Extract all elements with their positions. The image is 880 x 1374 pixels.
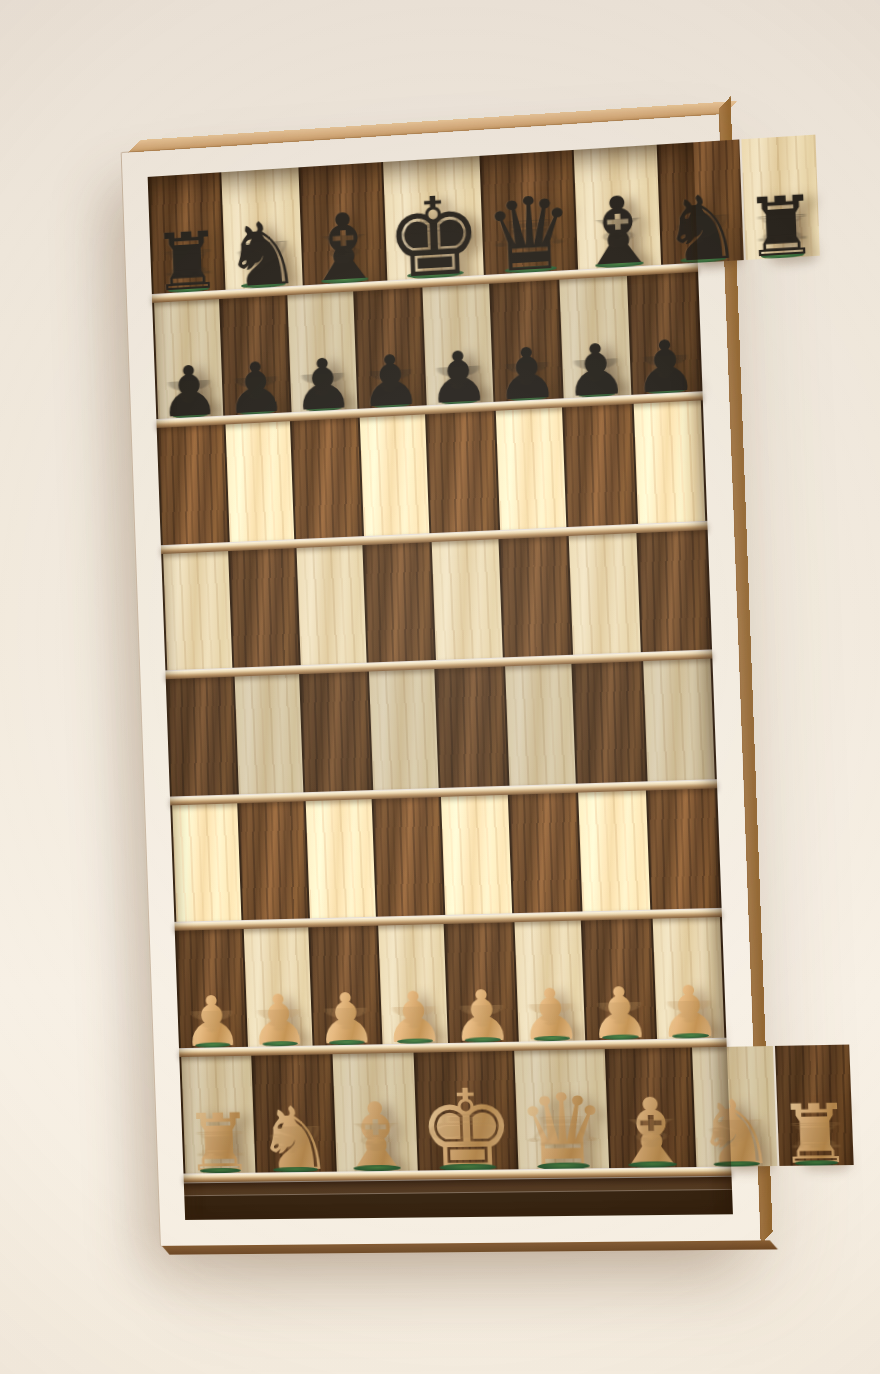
chess-piece-black-rook[interactable]: ♜: [743, 184, 820, 270]
board-square[interactable]: [638, 529, 710, 652]
board-square[interactable]: [172, 803, 241, 922]
board-square[interactable]: [234, 674, 303, 794]
board-square[interactable]: ♛: [514, 1049, 609, 1170]
board-square[interactable]: ♚: [383, 156, 484, 280]
board-square[interactable]: ♟: [628, 271, 700, 394]
board-square[interactable]: ♜: [775, 1044, 853, 1166]
board-square[interactable]: ♜: [741, 135, 819, 260]
board-square[interactable]: [495, 407, 566, 529]
chess-piece-white-knight[interactable]: ♞: [694, 1088, 778, 1178]
board-square[interactable]: [364, 542, 434, 663]
board-square[interactable]: ♟: [652, 917, 724, 1038]
board-rank: [170, 788, 721, 922]
board-square[interactable]: [163, 551, 232, 671]
board-square[interactable]: ♟: [220, 295, 289, 416]
board-square[interactable]: [306, 799, 376, 919]
chess-piece-white-queen[interactable]: ♛: [515, 1080, 609, 1182]
board-rank: [161, 529, 712, 670]
board-square[interactable]: ♞: [659, 139, 744, 264]
board-square[interactable]: [230, 548, 299, 668]
board-square[interactable]: ♚: [416, 1050, 517, 1170]
board-square[interactable]: [359, 414, 429, 535]
board-square[interactable]: ♝: [573, 145, 661, 269]
board-square[interactable]: ♟: [355, 287, 425, 409]
board-square[interactable]: ♝: [332, 1052, 418, 1171]
board-square[interactable]: ♟: [177, 929, 246, 1048]
board-square[interactable]: ♟: [422, 283, 493, 405]
board-square[interactable]: ♟: [310, 926, 380, 1045]
chess-piece-white-knight[interactable]: ♞: [254, 1095, 334, 1184]
board-square[interactable]: ♟: [446, 922, 517, 1042]
board-square[interactable]: ♝: [606, 1047, 694, 1168]
board-square[interactable]: ♞: [692, 1045, 777, 1167]
board-square[interactable]: [569, 533, 641, 655]
board-square[interactable]: [505, 664, 576, 785]
board-square[interactable]: [159, 425, 228, 545]
board-rank: [166, 659, 717, 797]
board-square[interactable]: ♞: [253, 1054, 335, 1173]
board-square[interactable]: [225, 421, 294, 541]
board-square[interactable]: [647, 788, 719, 910]
board-rank: ♟♟♟♟♟♟♟♟: [175, 917, 727, 1048]
board-square[interactable]: [301, 672, 371, 792]
chess-board-assembly: ♜♞♝♚♛♝♞♜♟♟♟♟♟♟♟♟♟♟♟♟♟♟♟♟♜♞♝♚♛♝♞♜: [121, 113, 762, 1247]
board-square[interactable]: [509, 792, 580, 913]
board-square[interactable]: [573, 661, 645, 783]
board-square[interactable]: ♟: [583, 919, 655, 1040]
board-square[interactable]: ♞: [221, 167, 302, 289]
board-square[interactable]: [427, 411, 498, 533]
board-square[interactable]: ♟: [559, 275, 631, 398]
chess-board-frame: ♜♞♝♚♛♝♞♜♟♟♟♟♟♟♟♟♟♟♟♟♟♟♟♟♜♞♝♚♛♝♞♜: [121, 113, 762, 1247]
board-square[interactable]: [432, 539, 503, 660]
board-rank: ♜♞♝♚♛♝♞♜: [179, 1046, 731, 1173]
board-square[interactable]: [441, 794, 512, 915]
chess-piece-white-bishop[interactable]: ♝: [334, 1091, 419, 1184]
bottom-sill: [184, 1176, 733, 1220]
scene: ♜♞♝♚♛♝♞♜♟♟♟♟♟♟♟♟♟♟♟♟♟♟♟♟♜♞♝♚♛♝♞♜: [0, 0, 880, 1374]
board-square[interactable]: [296, 545, 366, 665]
board-square[interactable]: [292, 418, 362, 539]
chess-piece-white-bishop[interactable]: ♝: [608, 1086, 695, 1180]
chess-board: ♜♞♝♚♛♝♞♜♟♟♟♟♟♟♟♟♟♟♟♟♟♟♟♟♜♞♝♚♛♝♞♜: [148, 142, 732, 1182]
board-square[interactable]: [373, 796, 443, 916]
board-square[interactable]: ♜: [150, 172, 224, 293]
board-square[interactable]: ♛: [481, 150, 575, 274]
board-square[interactable]: ♟: [514, 921, 585, 1042]
board-square[interactable]: [564, 404, 636, 527]
board-square[interactable]: [368, 669, 438, 790]
board-square[interactable]: ♟: [378, 924, 448, 1044]
board-square[interactable]: [633, 400, 705, 523]
board-square[interactable]: ♟: [243, 927, 312, 1046]
board-well: ♜♞♝♚♛♝♞♜♟♟♟♟♟♟♟♟♟♟♟♟♟♟♟♟♜♞♝♚♛♝♞♜: [148, 142, 733, 1220]
board-square[interactable]: [643, 659, 715, 781]
board-square[interactable]: [500, 536, 571, 658]
board-square[interactable]: ♝: [300, 162, 385, 285]
board-square[interactable]: ♜: [181, 1055, 255, 1173]
board-square[interactable]: ♟: [154, 299, 223, 419]
board-square[interactable]: [578, 790, 650, 911]
chess-piece-white-rook[interactable]: ♜: [777, 1094, 854, 1177]
chess-piece-white-king[interactable]: ♚: [416, 1075, 516, 1185]
board-square[interactable]: [168, 677, 237, 796]
chess-piece-black-knight[interactable]: ♞: [660, 182, 744, 276]
board-square[interactable]: [239, 801, 308, 920]
board-square[interactable]: ♟: [287, 291, 357, 412]
board-square[interactable]: ♟: [491, 279, 562, 401]
board-square[interactable]: [436, 666, 507, 787]
